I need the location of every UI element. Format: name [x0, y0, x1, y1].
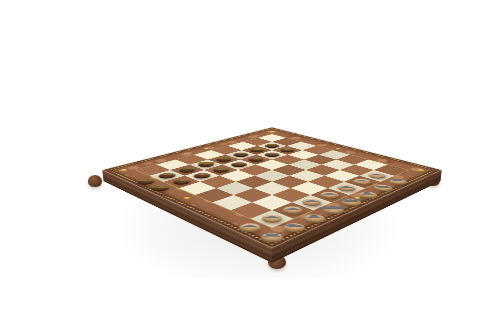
board-square — [234, 188, 272, 202]
piece-base — [279, 205, 306, 216]
brass-bishop-glyph: ♝ — [224, 153, 257, 155]
chess-set-product-photo[interactable]: ♜♟♞♟♝♟♛♟♚♟♝♟♞♟♟♜♜♟♟♞♟♝♟♛♟♚♟♝♟♞♟♜ — [0, 0, 480, 320]
board-square — [308, 176, 344, 188]
brass-pawn-glyph: ♟ — [239, 158, 273, 160]
brass-king-glyph: ♚ — [189, 162, 225, 165]
brass-pawn-glyph: ♟ — [222, 163, 257, 165]
board-square — [236, 176, 272, 188]
brass-pawn-glyph: ♟ — [203, 168, 239, 170]
board-top-face: ♜♟♞♟♝♟♛♟♚♟♝♟♞♟♟♜♜♟♟♞♟♝♟♛♟♚♟♝♟♞♟♜ — [102, 127, 441, 248]
pewter-pawn-glyph: ♟ — [326, 186, 366, 188]
brass-queen-glyph: ♛ — [207, 157, 241, 160]
perspective-scene: ♜♟♞♟♝♟♛♟♚♟♝♟♞♟♟♜♜♟♟♞♟♝♟♛♟♚♟♝♟♞♟♜ — [0, 0, 480, 320]
brass-rook-glyph: ♜ — [256, 144, 287, 146]
piece-base — [258, 213, 286, 225]
brass-pawn-glyph: ♟ — [271, 149, 303, 150]
pewter-pawn-glyph: ♟ — [249, 216, 294, 219]
piece-base — [170, 178, 194, 186]
piece-base — [334, 184, 359, 193]
board-square — [289, 170, 324, 182]
board-square — [324, 170, 359, 182]
brass-pawn-glyph: ♟ — [255, 153, 288, 155]
pewter-pawn-glyph: ♟ — [271, 207, 315, 210]
chess-board: ♜♟♞♟♝♟♛♟♚♟♝♟♞♟♟♜♜♟♟♞♟♝♟♛♟♚♟♝♟♞♟♜ — [102, 127, 441, 248]
brass-knight-glyph: ♞ — [149, 173, 187, 175]
brass-knight-glyph: ♞ — [241, 148, 273, 150]
brass-bishop-glyph: ♝ — [169, 167, 206, 170]
board-square — [252, 195, 292, 210]
board-square — [253, 182, 290, 195]
board-square — [200, 176, 236, 188]
